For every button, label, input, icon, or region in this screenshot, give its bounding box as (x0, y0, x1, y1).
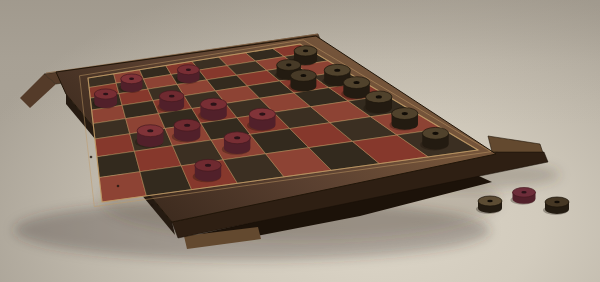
black-piece-c8r6[interactable] (364, 91, 392, 114)
red-piece-c1r3[interactable] (92, 89, 117, 109)
piece-hole (147, 129, 153, 132)
piece-hole (402, 112, 408, 115)
loose-black-piece-3[interactable] (543, 197, 569, 215)
red-piece-c4r7[interactable] (222, 132, 250, 155)
piece-hole (103, 93, 108, 96)
red-piece-c4r2[interactable] (175, 65, 199, 84)
loose-red-piece-2[interactable] (511, 188, 536, 205)
piece-hole (129, 78, 134, 81)
piece-hole (186, 68, 191, 71)
piece-hole (303, 50, 308, 53)
piece-hole (376, 95, 382, 98)
red-piece-c2r6[interactable] (135, 125, 163, 148)
wear-mark (90, 156, 93, 159)
red-piece-c5r6[interactable] (247, 108, 275, 131)
piece-hole (169, 95, 175, 98)
checkers-board-photo (0, 0, 600, 282)
black-piece-c8r8[interactable] (420, 127, 448, 150)
piece-hole (211, 103, 217, 106)
loose-black-piece-1[interactable] (476, 196, 502, 214)
piece-hole (259, 113, 265, 116)
piece-hole (354, 81, 360, 84)
black-piece-c8r7[interactable] (389, 108, 417, 131)
red-piece-c2r2[interactable] (119, 74, 143, 93)
piece-hole (234, 136, 240, 139)
piece-hole (334, 69, 340, 72)
photo-scene (0, 0, 600, 282)
wear-mark (151, 204, 154, 207)
piece-hole (554, 201, 560, 204)
black-piece-c7r4[interactable] (288, 70, 316, 93)
piece-hole (205, 164, 211, 167)
piece-hole (300, 74, 306, 77)
wear-mark (117, 185, 120, 188)
red-piece-c3r4[interactable] (157, 91, 184, 113)
red-piece-c3r6[interactable] (172, 119, 200, 142)
red-piece-c4r5[interactable] (198, 98, 226, 121)
piece-hole (487, 200, 493, 203)
piece-hole (432, 132, 438, 135)
piece-hole (286, 64, 292, 67)
piece-hole (521, 191, 526, 194)
red-piece-c3r8[interactable] (193, 159, 221, 182)
piece-hole (184, 124, 190, 127)
